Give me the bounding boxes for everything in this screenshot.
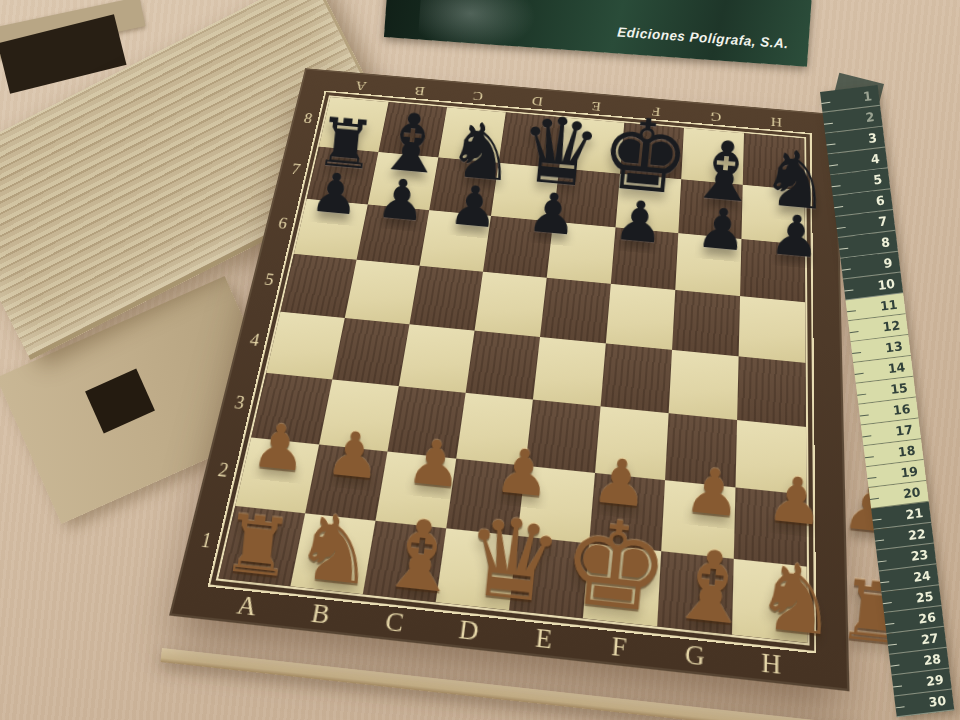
square-g2 [661, 480, 735, 559]
square-f4 [601, 343, 672, 413]
square-a4 [266, 312, 345, 380]
square-a5 [280, 254, 356, 318]
tape-number-6: 6 [875, 192, 885, 208]
tape-number-17: 17 [895, 422, 914, 439]
square-f7 [616, 174, 682, 233]
square-d7 [491, 163, 559, 222]
square-c6 [420, 210, 491, 272]
square-c3 [387, 386, 465, 458]
file-label-top-d: D [506, 86, 568, 116]
tape-number-9: 9 [883, 255, 893, 271]
square-d8 [499, 112, 565, 168]
tape-number-29: 29 [925, 672, 944, 689]
tape-number-7: 7 [878, 213, 888, 229]
square-g8 [681, 128, 744, 185]
square-h8 [743, 133, 805, 190]
square-d2 [446, 459, 525, 536]
tape-number-20: 20 [902, 484, 921, 501]
square-g1 [657, 551, 734, 635]
tape-number-10: 10 [877, 276, 896, 293]
square-g6 [675, 233, 741, 296]
square-a8 [319, 97, 389, 152]
square-d4 [466, 331, 540, 400]
square-e8 [559, 118, 624, 174]
square-b2 [305, 444, 387, 520]
tape-number-19: 19 [900, 463, 919, 480]
book-publisher-text: Ediciones Polígrafa, S.A. [617, 24, 789, 51]
square-c1 [363, 521, 446, 602]
square-h1 [732, 559, 807, 643]
tape-number-5: 5 [873, 172, 883, 188]
square-h3 [735, 420, 806, 495]
file-label-c: C [354, 598, 434, 646]
tape-number-30: 30 [928, 693, 947, 710]
square-h7 [741, 185, 804, 245]
file-label-f: F [580, 622, 658, 671]
tape-number-25: 25 [915, 589, 934, 606]
file-label-e: E [504, 614, 583, 663]
square-g4 [669, 350, 739, 420]
square-g3 [665, 413, 737, 487]
tape-number-16: 16 [892, 401, 911, 418]
square-b8 [378, 102, 447, 157]
square-e3 [525, 400, 600, 473]
file-label-d: D [429, 606, 509, 654]
file-label-h: H [733, 638, 810, 688]
tape-number-23: 23 [910, 547, 929, 564]
file-label-top-g: G [685, 101, 746, 132]
tape-number-27: 27 [920, 630, 939, 647]
file-label-g: G [656, 630, 734, 679]
square-g7 [678, 179, 742, 239]
square-a6 [294, 199, 368, 260]
book-cover: Ediciones Polígrafa, S.A. [384, 0, 812, 67]
tape-number-4: 4 [870, 151, 880, 167]
tape-number-24: 24 [913, 568, 932, 585]
tape-number-26: 26 [918, 609, 937, 626]
square-h5 [739, 296, 806, 363]
square-d5 [475, 272, 547, 337]
square-c8 [438, 107, 505, 163]
tape-number-22: 22 [907, 526, 926, 543]
tape-number-21: 21 [905, 505, 924, 522]
file-label-top-h: H [745, 106, 806, 137]
square-h2 [734, 487, 807, 566]
square-f8 [620, 123, 684, 179]
tape-number-15: 15 [889, 380, 908, 397]
square-f6 [611, 227, 679, 290]
square-e4 [533, 337, 606, 406]
square-d3 [456, 393, 533, 466]
square-b1 [290, 513, 375, 594]
square-e1 [509, 536, 589, 619]
square-h4 [737, 356, 806, 427]
square-d1 [436, 528, 518, 610]
square-f3 [595, 406, 669, 480]
desk-scene: Ediciones Polígrafa, S.A. ABCDEFGH 87654… [0, 0, 960, 720]
tape-number-12: 12 [882, 318, 901, 335]
tape-number-14: 14 [887, 359, 906, 376]
square-c4 [399, 324, 475, 393]
tape-number-2: 2 [865, 109, 875, 125]
file-label-top-c: C [446, 81, 509, 111]
square-b5 [345, 260, 420, 325]
square-e2 [517, 466, 595, 544]
square-e5 [540, 278, 611, 344]
tape-number-8: 8 [880, 234, 890, 250]
square-c7 [429, 157, 498, 215]
tape-number-13: 13 [884, 338, 903, 355]
tape-number-28: 28 [923, 651, 942, 668]
square-e6 [547, 222, 616, 284]
square-f2 [589, 473, 665, 551]
square-e7 [553, 168, 620, 227]
square-b6 [357, 204, 430, 265]
file-label-b: B [280, 590, 361, 638]
square-h6 [740, 239, 805, 302]
square-c5 [409, 266, 483, 331]
square-b7 [368, 152, 439, 210]
square-g5 [672, 290, 740, 356]
tape-number-18: 18 [897, 443, 916, 460]
file-label-top-b: B [388, 76, 451, 106]
file-label-a: A [206, 582, 288, 629]
tape-number-3: 3 [867, 130, 877, 146]
tape-number-1: 1 [862, 88, 872, 104]
file-label-top-f: F [625, 96, 686, 127]
square-b3 [319, 379, 399, 451]
square-b4 [332, 318, 409, 386]
square-c2 [375, 452, 456, 529]
tape-number-11: 11 [879, 297, 898, 314]
square-a7 [307, 147, 379, 205]
square-f5 [606, 284, 675, 350]
file-label-top-e: E [565, 91, 627, 121]
square-f1 [583, 543, 661, 626]
file-label-top-a: A [329, 71, 393, 101]
square-d6 [483, 216, 553, 278]
